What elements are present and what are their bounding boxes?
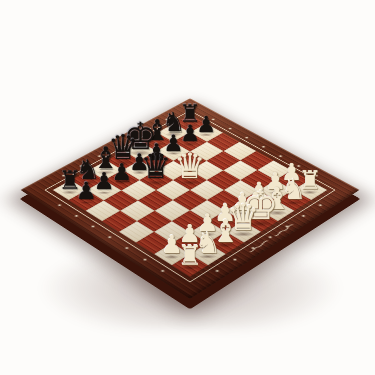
board-square <box>69 190 104 211</box>
border-dot-inlay <box>114 145 118 147</box>
board-square <box>85 200 120 221</box>
chess-set-photo: ♜♟♟♜♞♟♟♞♝♟♟♝♚♟♛♟♚♛♟♛♟♛♝♟♟♝♞♟♟♞♜♟♟♜ <box>0 0 375 375</box>
border-dot-inlay <box>148 127 152 129</box>
border-dot-inlay <box>108 236 112 239</box>
board-square <box>260 200 295 221</box>
border-dot-inlay <box>61 174 65 176</box>
board-square <box>190 200 225 221</box>
board-square <box>226 221 262 243</box>
border-dot-inlay <box>250 247 254 250</box>
border-dot-inlay <box>143 258 147 261</box>
board-square <box>136 232 172 254</box>
board-square <box>137 211 172 232</box>
board-square <box>208 232 244 254</box>
board-square <box>120 200 155 221</box>
board-square <box>276 190 311 211</box>
border-dot-inlay <box>212 118 216 120</box>
border-dot-inlay <box>215 269 220 272</box>
border-dot-inlay <box>97 155 101 157</box>
border-dot-inlay <box>91 225 95 228</box>
board-square <box>154 243 190 265</box>
border-dot-inlay <box>297 164 301 166</box>
board-square <box>119 221 155 243</box>
border-dot-inlay <box>161 269 166 272</box>
board-square <box>207 190 242 211</box>
board-square <box>172 232 208 254</box>
board-square <box>155 200 190 221</box>
border-dot-inlay <box>164 118 168 120</box>
border-dot-inlay <box>279 155 283 157</box>
border-dot-inlay <box>268 236 272 239</box>
border-dot-inlay <box>285 225 289 228</box>
border-dot-inlay <box>301 214 305 217</box>
border-dot-inlay <box>125 247 129 250</box>
board-square <box>172 211 207 232</box>
board-square <box>242 190 277 211</box>
board-square <box>102 211 137 232</box>
board-square <box>138 190 173 211</box>
border-dot-inlay <box>318 204 322 207</box>
board-square <box>154 221 190 243</box>
board-square <box>172 254 209 277</box>
border-dot-inlay <box>74 214 78 217</box>
border-dot-inlay <box>233 258 237 261</box>
board-square <box>190 221 226 243</box>
border-dot-inlay <box>314 174 318 176</box>
board-square <box>173 190 208 211</box>
board-square <box>225 200 260 221</box>
board-square <box>208 211 243 232</box>
border-dot-inlay <box>58 204 62 207</box>
board-square <box>190 243 226 265</box>
border-dot-inlay <box>245 136 249 138</box>
border-dot-inlay <box>79 164 83 166</box>
border-dot-inlay <box>228 127 232 129</box>
border-dot-inlay <box>131 136 135 138</box>
board-square <box>243 211 278 232</box>
board-square <box>104 190 139 211</box>
border-dot-inlay <box>262 145 266 147</box>
